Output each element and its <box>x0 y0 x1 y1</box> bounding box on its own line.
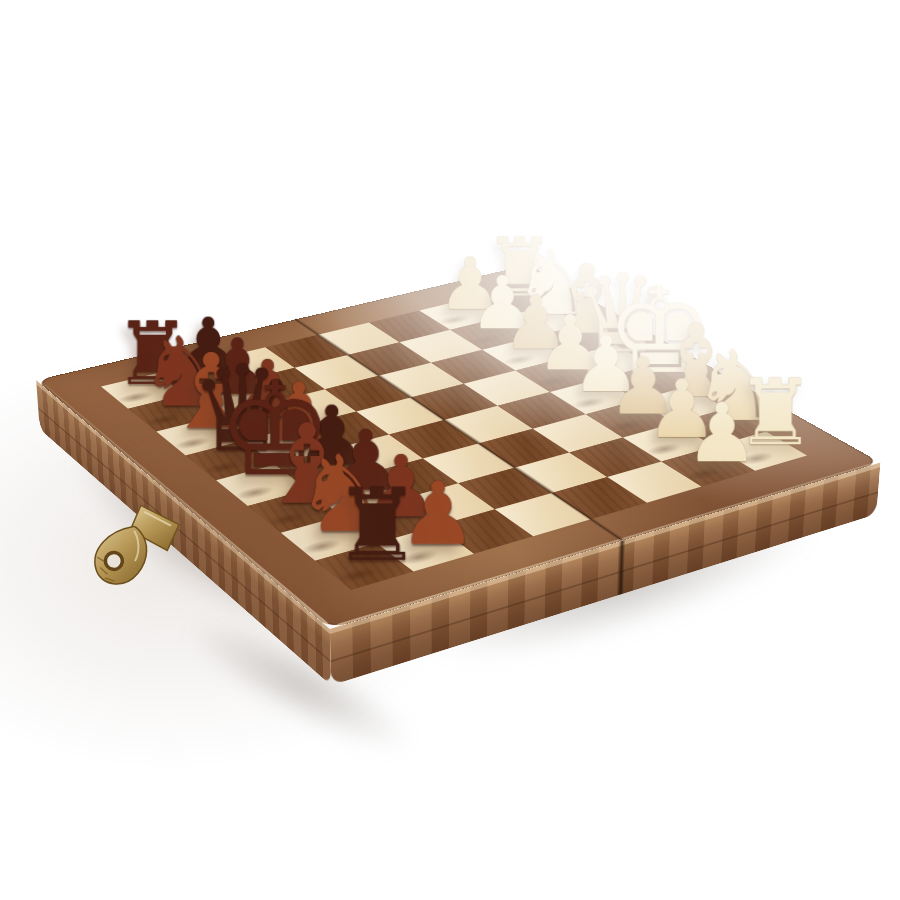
brass-latch <box>79 494 209 610</box>
product-photo-canvas: { "game": "chess", "scene": "folding woo… <box>0 0 900 900</box>
latch-pendant <box>93 523 149 587</box>
latch-eyelet-hole <box>105 552 124 571</box>
black-rook-h8: ♜ <box>333 476 422 575</box>
white-pawn-h2: ♟ <box>685 392 758 474</box>
fold-seam-front <box>618 540 625 596</box>
